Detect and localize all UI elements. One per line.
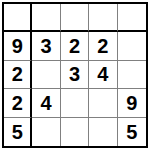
- cell-r2c2[interactable]: 3: [32, 32, 60, 60]
- cell-r5c1[interactable]: 5: [4, 118, 32, 146]
- cell-r4c1[interactable]: 2: [4, 89, 32, 117]
- cell-r3c2[interactable]: [32, 61, 60, 89]
- cell-r1c5[interactable]: [118, 4, 146, 32]
- cell-r1c3[interactable]: [61, 4, 89, 32]
- cell-r1c2[interactable]: [32, 4, 60, 32]
- cell-r5c2[interactable]: [32, 118, 60, 146]
- puzzle-board: 9 3 2 2 2 3 4 2 4 9 5 5: [2, 2, 148, 148]
- cell-r5c4[interactable]: [89, 118, 117, 146]
- cell-r4c3[interactable]: [61, 89, 89, 117]
- cell-r4c5[interactable]: 9: [118, 89, 146, 117]
- cell-r3c5[interactable]: [118, 61, 146, 89]
- cell-r4c2[interactable]: 4: [32, 89, 60, 117]
- cell-r4c4[interactable]: [89, 89, 117, 117]
- cell-r3c3[interactable]: 3: [61, 61, 89, 89]
- cell-r1c1[interactable]: [4, 4, 32, 32]
- cell-r5c3[interactable]: [61, 118, 89, 146]
- cell-r3c1[interactable]: 2: [4, 61, 32, 89]
- cell-r3c4[interactable]: 4: [89, 61, 117, 89]
- cell-r5c5[interactable]: 5: [118, 118, 146, 146]
- cell-r2c1[interactable]: 9: [4, 32, 32, 60]
- cell-r2c3[interactable]: 2: [61, 32, 89, 60]
- cell-r1c4[interactable]: [89, 4, 117, 32]
- cell-r2c5[interactable]: [118, 32, 146, 60]
- cell-r2c4[interactable]: 2: [89, 32, 117, 60]
